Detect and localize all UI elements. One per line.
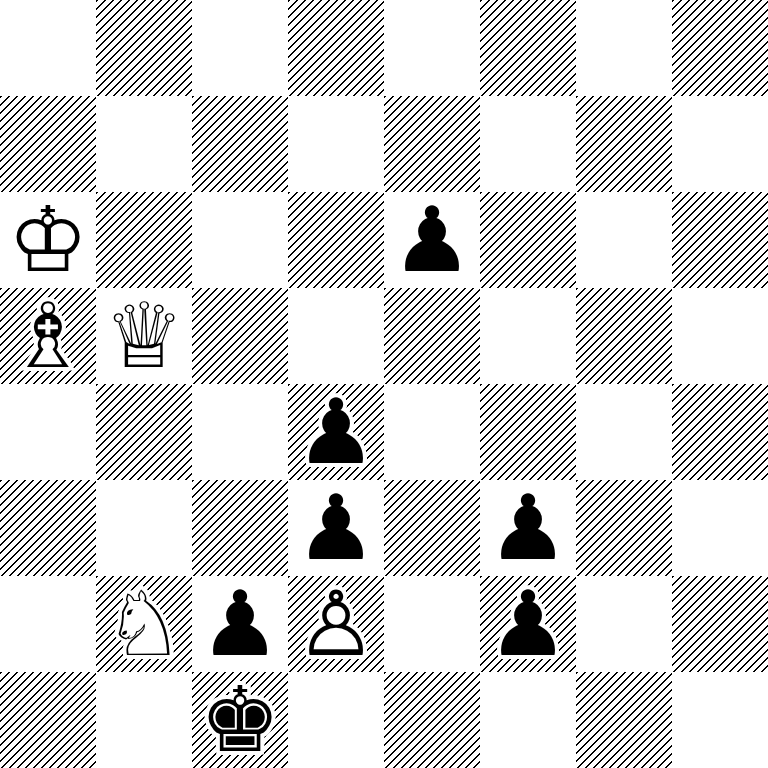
piece-halo: ♟ [288,576,384,672]
square-b7[interactable] [96,96,192,192]
square-f7[interactable] [480,96,576,192]
square-h8[interactable] [672,0,768,96]
square-e7[interactable] [384,96,480,192]
piece-halo: ♟ [480,480,576,576]
square-d4[interactable]: ♟♟ [288,384,384,480]
square-c8[interactable] [192,0,288,96]
square-d2[interactable]: ♟♙ [288,576,384,672]
piece-black-pawn: ♟ [480,576,576,672]
square-e8[interactable] [384,0,480,96]
piece-black-pawn: ♟ [288,480,384,576]
piece-black-pawn: ♟ [384,192,480,288]
square-f1[interactable] [480,672,576,768]
square-g7[interactable] [576,96,672,192]
square-a5[interactable]: ♝♗ [0,288,96,384]
square-f4[interactable] [480,384,576,480]
piece-black-pawn: ♟ [288,384,384,480]
square-g3[interactable] [576,480,672,576]
piece-halo: ♛ [96,288,192,384]
square-f2[interactable]: ♟♟ [480,576,576,672]
square-g2[interactable] [576,576,672,672]
piece-white-king: ♔ [0,192,96,288]
square-c5[interactable] [192,288,288,384]
piece-halo: ♟ [384,192,480,288]
square-h7[interactable] [672,96,768,192]
square-c6[interactable] [192,192,288,288]
square-e3[interactable] [384,480,480,576]
square-e2[interactable] [384,576,480,672]
square-g5[interactable] [576,288,672,384]
square-f6[interactable] [480,192,576,288]
square-h4[interactable] [672,384,768,480]
piece-halo: ♟ [192,576,288,672]
square-e6[interactable]: ♟♟ [384,192,480,288]
square-b1[interactable] [96,672,192,768]
square-b5[interactable]: ♛♕ [96,288,192,384]
chess-board: ♚♔♟♟♝♗♛♕♟♟♟♟♟♟♞♘♟♟♟♙♟♟♚♚ [0,0,768,768]
square-b6[interactable] [96,192,192,288]
square-b2[interactable]: ♞♘ [96,576,192,672]
square-a7[interactable] [0,96,96,192]
square-f8[interactable] [480,0,576,96]
square-g1[interactable] [576,672,672,768]
square-a6[interactable]: ♚♔ [0,192,96,288]
square-d6[interactable] [288,192,384,288]
square-b3[interactable] [96,480,192,576]
piece-halo: ♟ [288,384,384,480]
piece-black-pawn: ♟ [480,480,576,576]
square-d5[interactable] [288,288,384,384]
square-c4[interactable] [192,384,288,480]
square-g4[interactable] [576,384,672,480]
piece-white-bishop: ♗ [0,288,96,384]
piece-halo: ♟ [288,480,384,576]
square-b4[interactable] [96,384,192,480]
square-c2[interactable]: ♟♟ [192,576,288,672]
square-b8[interactable] [96,0,192,96]
square-d3[interactable]: ♟♟ [288,480,384,576]
piece-white-knight: ♘ [96,576,192,672]
square-h2[interactable] [672,576,768,672]
square-a1[interactable] [0,672,96,768]
square-a3[interactable] [0,480,96,576]
square-a4[interactable] [0,384,96,480]
piece-halo: ♟ [480,576,576,672]
square-e4[interactable] [384,384,480,480]
square-d1[interactable] [288,672,384,768]
square-d7[interactable] [288,96,384,192]
square-h1[interactable] [672,672,768,768]
square-f3[interactable]: ♟♟ [480,480,576,576]
square-e5[interactable] [384,288,480,384]
square-h6[interactable] [672,192,768,288]
square-c3[interactable] [192,480,288,576]
piece-halo: ♚ [192,672,288,768]
square-g6[interactable] [576,192,672,288]
piece-black-pawn: ♟ [192,576,288,672]
square-c1[interactable]: ♚♚ [192,672,288,768]
square-d8[interactable] [288,0,384,96]
piece-halo: ♞ [96,576,192,672]
piece-halo: ♚ [0,192,96,288]
square-c7[interactable] [192,96,288,192]
piece-white-pawn: ♙ [288,576,384,672]
square-g8[interactable] [576,0,672,96]
square-f5[interactable] [480,288,576,384]
square-a2[interactable] [0,576,96,672]
piece-white-queen: ♕ [96,288,192,384]
piece-halo: ♝ [0,288,96,384]
square-a8[interactable] [0,0,96,96]
square-h5[interactable] [672,288,768,384]
square-e1[interactable] [384,672,480,768]
piece-black-king: ♚ [192,672,288,768]
square-h3[interactable] [672,480,768,576]
